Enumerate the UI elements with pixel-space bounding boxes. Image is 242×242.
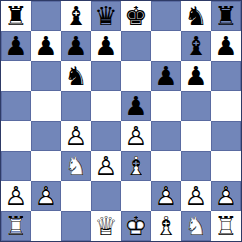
chess-board: ♜♝♛♚♞♜♟♟♟♟♝♟♞♟♟♟♟♙♟♙♞♘♟♙♝♗♟♙♟♙♟♙♟♙♟♙♜♖♛♕… — [0, 0, 242, 242]
black-pawn-piece: ♟ — [151, 61, 181, 91]
white-pawn-piece: ♟♙ — [91, 151, 121, 181]
square-g7[interactable]: ♝ — [181, 31, 211, 61]
square-h5[interactable] — [211, 91, 241, 121]
square-b7[interactable]: ♟ — [31, 31, 61, 61]
square-e2[interactable] — [121, 181, 151, 211]
white-queen-outline: ♕ — [91, 211, 121, 241]
square-h8[interactable]: ♜ — [211, 1, 241, 31]
square-a4[interactable] — [1, 121, 31, 151]
white-knight-outline: ♘ — [61, 151, 91, 181]
square-a3[interactable] — [1, 151, 31, 181]
square-d8[interactable]: ♛ — [91, 1, 121, 31]
black-pawn-piece: ♟ — [121, 91, 151, 121]
white-pawn-piece: ♟♙ — [121, 121, 151, 151]
white-pawn-piece: ♟♙ — [151, 181, 181, 211]
white-pawn-piece: ♟♙ — [211, 181, 241, 211]
white-knight-piece: ♞♘ — [61, 151, 91, 181]
black-king-piece: ♚ — [121, 1, 151, 31]
square-g8[interactable]: ♞ — [181, 1, 211, 31]
square-g6[interactable]: ♟ — [181, 61, 211, 91]
square-c6[interactable]: ♞ — [61, 61, 91, 91]
black-rook-piece: ♜ — [1, 1, 31, 31]
square-e6[interactable] — [121, 61, 151, 91]
white-bishop-piece: ♝♗ — [151, 211, 181, 241]
black-knight-piece: ♞ — [181, 1, 211, 31]
white-pawn-outline: ♙ — [1, 181, 31, 211]
square-a1[interactable]: ♜♖ — [1, 211, 31, 241]
square-b2[interactable]: ♟♙ — [31, 181, 61, 211]
square-f8[interactable] — [151, 1, 181, 31]
white-pawn-piece: ♟♙ — [61, 121, 91, 151]
square-h6[interactable] — [211, 61, 241, 91]
square-h2[interactable]: ♟♙ — [211, 181, 241, 211]
square-b3[interactable] — [31, 151, 61, 181]
square-d7[interactable]: ♟ — [91, 31, 121, 61]
square-g5[interactable] — [181, 91, 211, 121]
white-pawn-piece: ♟♙ — [31, 181, 61, 211]
square-h3[interactable] — [211, 151, 241, 181]
square-b1[interactable] — [31, 211, 61, 241]
square-g4[interactable] — [181, 121, 211, 151]
square-b5[interactable] — [31, 91, 61, 121]
white-pawn-piece: ♟♙ — [1, 181, 31, 211]
white-knight-piece: ♞♘ — [181, 211, 211, 241]
white-rook-outline: ♖ — [211, 211, 241, 241]
black-pawn-piece: ♟ — [31, 31, 61, 61]
square-c4[interactable]: ♟♙ — [61, 121, 91, 151]
square-a6[interactable] — [1, 61, 31, 91]
square-e7[interactable] — [121, 31, 151, 61]
black-pawn-piece: ♟ — [61, 31, 91, 61]
white-pawn-outline: ♙ — [211, 181, 241, 211]
white-rook-piece: ♜♖ — [1, 211, 31, 241]
white-rook-outline: ♖ — [1, 211, 31, 241]
white-pawn-piece: ♟♙ — [181, 181, 211, 211]
white-king-outline: ♔ — [121, 211, 151, 241]
white-rook-piece: ♜♖ — [211, 211, 241, 241]
white-bishop-piece: ♝♗ — [121, 151, 151, 181]
square-b4[interactable] — [31, 121, 61, 151]
square-d6[interactable] — [91, 61, 121, 91]
square-g2[interactable]: ♟♙ — [181, 181, 211, 211]
square-d1[interactable]: ♛♕ — [91, 211, 121, 241]
square-f3[interactable] — [151, 151, 181, 181]
square-a2[interactable]: ♟♙ — [1, 181, 31, 211]
square-d3[interactable]: ♟♙ — [91, 151, 121, 181]
square-h7[interactable]: ♟ — [211, 31, 241, 61]
black-pawn-piece: ♟ — [1, 31, 31, 61]
black-queen-piece: ♛ — [91, 1, 121, 31]
square-e4[interactable]: ♟♙ — [121, 121, 151, 151]
square-f1[interactable]: ♝♗ — [151, 211, 181, 241]
square-c5[interactable] — [61, 91, 91, 121]
black-pawn-piece: ♟ — [91, 31, 121, 61]
square-h1[interactable]: ♜♖ — [211, 211, 241, 241]
square-b6[interactable] — [31, 61, 61, 91]
white-knight-outline: ♘ — [181, 211, 211, 241]
square-f2[interactable]: ♟♙ — [151, 181, 181, 211]
square-b8[interactable] — [31, 1, 61, 31]
white-pawn-outline: ♙ — [181, 181, 211, 211]
white-pawn-outline: ♙ — [61, 121, 91, 151]
white-queen-piece: ♛♕ — [91, 211, 121, 241]
white-pawn-outline: ♙ — [91, 151, 121, 181]
square-a5[interactable] — [1, 91, 31, 121]
square-e8[interactable]: ♚ — [121, 1, 151, 31]
square-e5[interactable]: ♟ — [121, 91, 151, 121]
square-c7[interactable]: ♟ — [61, 31, 91, 61]
square-a8[interactable]: ♜ — [1, 1, 31, 31]
square-d4[interactable] — [91, 121, 121, 151]
square-c3[interactable]: ♞♘ — [61, 151, 91, 181]
square-a7[interactable]: ♟ — [1, 31, 31, 61]
white-bishop-outline: ♗ — [121, 151, 151, 181]
square-f7[interactable] — [151, 31, 181, 61]
white-pawn-outline: ♙ — [121, 121, 151, 151]
black-bishop-piece: ♝ — [61, 1, 91, 31]
square-f6[interactable]: ♟ — [151, 61, 181, 91]
square-h4[interactable] — [211, 121, 241, 151]
square-g3[interactable] — [181, 151, 211, 181]
square-f5[interactable] — [151, 91, 181, 121]
white-bishop-outline: ♗ — [151, 211, 181, 241]
black-bishop-piece: ♝ — [181, 31, 211, 61]
white-king-piece: ♚♔ — [121, 211, 151, 241]
square-c2[interactable] — [61, 181, 91, 211]
white-pawn-outline: ♙ — [31, 181, 61, 211]
square-d2[interactable] — [91, 181, 121, 211]
square-f4[interactable] — [151, 121, 181, 151]
black-pawn-piece: ♟ — [211, 31, 241, 61]
square-e1[interactable]: ♚♔ — [121, 211, 151, 241]
square-g1[interactable]: ♞♘ — [181, 211, 211, 241]
black-pawn-piece: ♟ — [181, 61, 211, 91]
square-c1[interactable] — [61, 211, 91, 241]
square-c8[interactable]: ♝ — [61, 1, 91, 31]
white-pawn-outline: ♙ — [151, 181, 181, 211]
square-d5[interactable] — [91, 91, 121, 121]
black-rook-piece: ♜ — [211, 1, 241, 31]
square-e3[interactable]: ♝♗ — [121, 151, 151, 181]
black-knight-piece: ♞ — [61, 61, 91, 91]
